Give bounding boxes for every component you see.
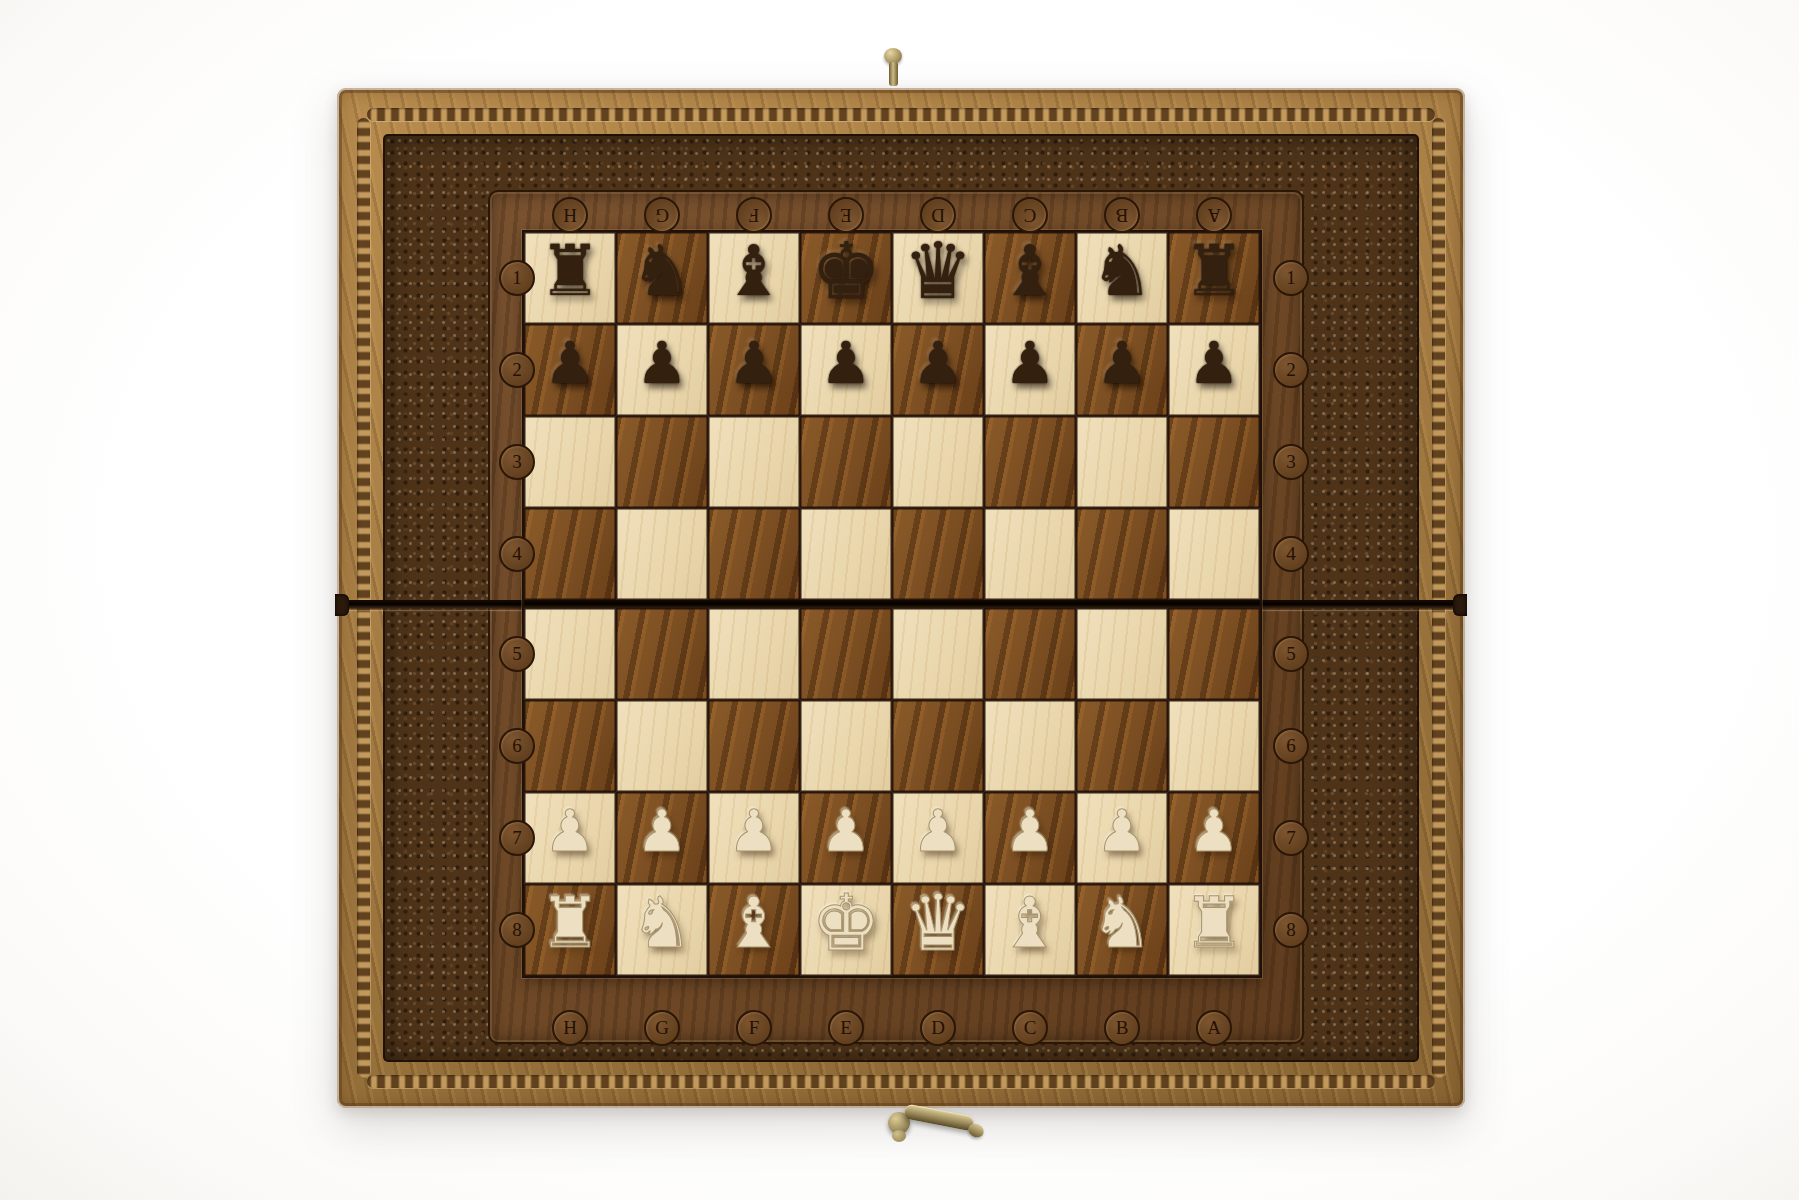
square-c3[interactable] [984, 416, 1076, 508]
rank-label-left-7: 7 [499, 820, 535, 856]
piece-light-knight-b8[interactable]: ♞ [1076, 877, 1168, 969]
square-c8[interactable]: ♝ [984, 884, 1076, 976]
square-b8[interactable]: ♞ [1076, 884, 1168, 976]
square-a8[interactable]: ♜ [1168, 884, 1260, 976]
file-label-bottom-C: C [1012, 1010, 1048, 1046]
piece-light-rook-h8[interactable]: ♜ [524, 877, 616, 969]
clasp-bar [903, 1103, 975, 1131]
hinge-knob [884, 48, 902, 86]
square-h5[interactable] [524, 608, 616, 700]
square-d7[interactable]: ♟ [892, 792, 984, 884]
rank-label-right-7: 7 [1273, 820, 1309, 856]
beaded-trim-top [367, 108, 1435, 121]
rank-label-right-6: 6 [1273, 728, 1309, 764]
square-g4[interactable] [616, 508, 708, 600]
piece-light-queen-d8[interactable]: ♛ [892, 877, 984, 969]
square-e7[interactable]: ♟ [800, 792, 892, 884]
file-label-bottom-H: H [552, 1010, 588, 1046]
rank-label-left-2: 2 [499, 352, 535, 388]
piece-light-pawn-b7[interactable]: ♟ [1076, 785, 1168, 877]
square-c6[interactable] [984, 700, 1076, 792]
file-label-bottom-B: B [1104, 1010, 1140, 1046]
rank-label-left-8: 8 [499, 912, 535, 948]
piece-dark-pawn-f2[interactable]: ♟ [708, 317, 800, 409]
piece-light-pawn-c7[interactable]: ♟ [984, 785, 1076, 877]
square-b5[interactable] [1076, 608, 1168, 700]
rank-label-left-4: 4 [499, 536, 535, 572]
square-e1[interactable]: ♚ [800, 232, 892, 324]
square-e8[interactable]: ♚ [800, 884, 892, 976]
square-e4[interactable] [800, 508, 892, 600]
square-h4[interactable] [524, 508, 616, 600]
square-f4[interactable] [708, 508, 800, 600]
square-a6[interactable] [1168, 700, 1260, 792]
board-fold-seam [524, 600, 1260, 608]
square-f6[interactable] [708, 700, 800, 792]
square-c1[interactable]: ♝ [984, 232, 1076, 324]
piece-dark-rook-a1[interactable]: ♜ [1168, 225, 1260, 317]
piece-light-pawn-h7[interactable]: ♟ [524, 785, 616, 877]
chess-box: ♜♞♝♚♛♝♞♜♟♟♟♟♟♟♟♟♟♟♟♟♟♟♟♟♜♞♝♚♛♝♞♜ 1234567… [337, 88, 1465, 1108]
square-c2[interactable]: ♟ [984, 324, 1076, 416]
piece-dark-pawn-d2[interactable]: ♟ [892, 317, 984, 409]
piece-light-bishop-f8[interactable]: ♝ [708, 877, 800, 969]
square-a1[interactable]: ♜ [1168, 232, 1260, 324]
square-e5[interactable] [800, 608, 892, 700]
square-a4[interactable] [1168, 508, 1260, 600]
square-a5[interactable] [1168, 608, 1260, 700]
piece-dark-queen-d1[interactable]: ♛ [892, 225, 984, 317]
square-g6[interactable] [616, 700, 708, 792]
piece-light-king-e8[interactable]: ♚ [800, 877, 892, 969]
piece-dark-bishop-c1[interactable]: ♝ [984, 225, 1076, 317]
piece-dark-pawn-b2[interactable]: ♟ [1076, 317, 1168, 409]
square-h7[interactable]: ♟ [524, 792, 616, 884]
square-h2[interactable]: ♟ [524, 324, 616, 416]
square-e2[interactable]: ♟ [800, 324, 892, 416]
piece-dark-pawn-h2[interactable]: ♟ [524, 317, 616, 409]
square-b3[interactable] [1076, 416, 1168, 508]
fold-seam-notch-right [1453, 594, 1467, 616]
piece-dark-king-e1[interactable]: ♚ [800, 225, 892, 317]
piece-light-bishop-c8[interactable]: ♝ [984, 877, 1076, 969]
beaded-trim-right [1432, 118, 1445, 1078]
piece-dark-rook-h1[interactable]: ♜ [524, 225, 616, 317]
piece-light-knight-g8[interactable]: ♞ [616, 877, 708, 969]
piece-dark-pawn-g2[interactable]: ♟ [616, 317, 708, 409]
rank-label-right-4: 4 [1273, 536, 1309, 572]
square-c5[interactable] [984, 608, 1076, 700]
file-label-top-C: C [1012, 197, 1048, 233]
square-b4[interactable] [1076, 508, 1168, 600]
piece-dark-knight-g1[interactable]: ♞ [616, 225, 708, 317]
piece-light-pawn-d7[interactable]: ♟ [892, 785, 984, 877]
square-f3[interactable] [708, 416, 800, 508]
piece-light-pawn-a7[interactable]: ♟ [1168, 785, 1260, 877]
square-a3[interactable] [1168, 416, 1260, 508]
file-label-top-D: D [920, 197, 956, 233]
square-d3[interactable] [892, 416, 984, 508]
rank-label-left-5: 5 [499, 636, 535, 672]
square-g2[interactable]: ♟ [616, 324, 708, 416]
square-d5[interactable] [892, 608, 984, 700]
square-d2[interactable]: ♟ [892, 324, 984, 416]
square-g7[interactable]: ♟ [616, 792, 708, 884]
square-d1[interactable]: ♛ [892, 232, 984, 324]
square-g8[interactable]: ♞ [616, 884, 708, 976]
file-label-top-B: B [1104, 197, 1140, 233]
rank-label-right-5: 5 [1273, 636, 1309, 672]
square-e3[interactable] [800, 416, 892, 508]
square-g1[interactable]: ♞ [616, 232, 708, 324]
square-e6[interactable] [800, 700, 892, 792]
square-a2[interactable]: ♟ [1168, 324, 1260, 416]
photo-backdrop: ♜♞♝♚♛♝♞♜♟♟♟♟♟♟♟♟♟♟♟♟♟♟♟♟♜♞♝♚♛♝♞♜ 1234567… [0, 0, 1799, 1200]
file-label-top-H: H [552, 197, 588, 233]
file-label-bottom-D: D [920, 1010, 956, 1046]
file-label-bottom-E: E [828, 1010, 864, 1046]
square-d4[interactable] [892, 508, 984, 600]
square-h1[interactable]: ♜ [524, 232, 616, 324]
file-label-top-G: G [644, 197, 680, 233]
rank-label-left-6: 6 [499, 728, 535, 764]
rank-label-right-8: 8 [1273, 912, 1309, 948]
square-c4[interactable] [984, 508, 1076, 600]
rank-label-right-3: 3 [1273, 444, 1309, 480]
piece-dark-knight-b1[interactable]: ♞ [1076, 225, 1168, 317]
square-d6[interactable] [892, 700, 984, 792]
square-h8[interactable]: ♜ [524, 884, 616, 976]
file-label-bottom-F: F [736, 1010, 772, 1046]
play-area: ♜♞♝♚♛♝♞♜♟♟♟♟♟♟♟♟♟♟♟♟♟♟♟♟♜♞♝♚♛♝♞♜ [522, 230, 1262, 978]
rank-label-right-2: 2 [1273, 352, 1309, 388]
square-b2[interactable]: ♟ [1076, 324, 1168, 416]
square-g3[interactable] [616, 416, 708, 508]
square-a7[interactable]: ♟ [1168, 792, 1260, 884]
piece-light-pawn-e7[interactable]: ♟ [800, 785, 892, 877]
file-label-bottom-A: A [1196, 1010, 1232, 1046]
square-b6[interactable] [1076, 700, 1168, 792]
hinge-knob-stem [889, 62, 898, 86]
rank-label-right-1: 1 [1273, 260, 1309, 296]
file-label-top-F: F [736, 197, 772, 233]
piece-dark-pawn-e2[interactable]: ♟ [800, 317, 892, 409]
square-f7[interactable]: ♟ [708, 792, 800, 884]
clasp-knob-small [892, 1130, 906, 1142]
piece-light-rook-a8[interactable]: ♜ [1168, 877, 1260, 969]
square-f5[interactable] [708, 608, 800, 700]
file-label-bottom-G: G [644, 1010, 680, 1046]
file-label-top-E: E [828, 197, 864, 233]
square-f2[interactable]: ♟ [708, 324, 800, 416]
piece-light-pawn-g7[interactable]: ♟ [616, 785, 708, 877]
piece-dark-bishop-f1[interactable]: ♝ [708, 225, 800, 317]
square-f1[interactable]: ♝ [708, 232, 800, 324]
square-b1[interactable]: ♞ [1076, 232, 1168, 324]
square-d8[interactable]: ♛ [892, 884, 984, 976]
piece-light-pawn-f7[interactable]: ♟ [708, 785, 800, 877]
square-b7[interactable]: ♟ [1076, 792, 1168, 884]
square-c7[interactable]: ♟ [984, 792, 1076, 884]
square-f8[interactable]: ♝ [708, 884, 800, 976]
rank-label-left-3: 3 [499, 444, 535, 480]
square-h6[interactable] [524, 700, 616, 792]
clasp-latch [872, 1102, 992, 1150]
piece-dark-pawn-c2[interactable]: ♟ [984, 317, 1076, 409]
file-label-top-A: A [1196, 197, 1232, 233]
piece-dark-pawn-a2[interactable]: ♟ [1168, 317, 1260, 409]
beaded-trim-left [357, 118, 370, 1078]
square-g5[interactable] [616, 608, 708, 700]
rank-label-left-1: 1 [499, 260, 535, 296]
square-h3[interactable] [524, 416, 616, 508]
beaded-trim-bottom [367, 1075, 1435, 1088]
fold-seam-notch-left [335, 594, 349, 616]
